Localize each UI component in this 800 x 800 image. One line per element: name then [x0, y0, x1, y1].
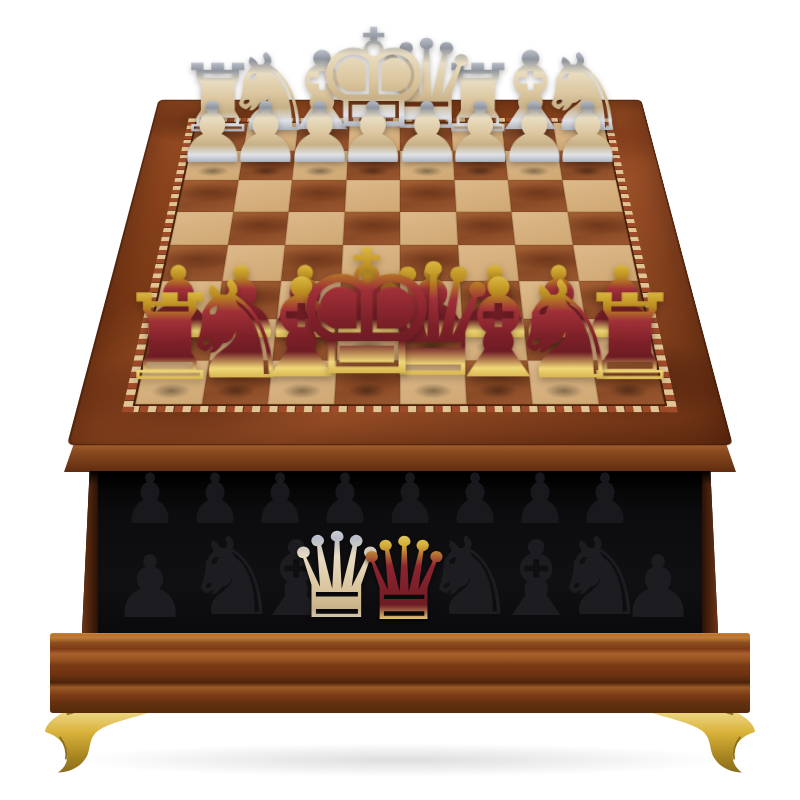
square-h6[interactable]	[562, 180, 623, 211]
piece-black-pawn-h7[interactable]: ♟	[550, 91, 625, 175]
square-d8[interactable]	[348, 123, 400, 151]
piece-black-pawn-e7[interactable]: ♟	[389, 91, 464, 175]
piece-white-rook-a1[interactable]: ♜	[116, 278, 223, 397]
square-f6[interactable]	[454, 180, 511, 211]
piece-black-pawn-f7[interactable]: ♟	[443, 91, 518, 175]
piece-shadow	[471, 380, 525, 400]
square-g1[interactable]	[528, 360, 599, 404]
square-a4[interactable]	[162, 245, 227, 281]
piece-shadow	[508, 136, 551, 149]
piece-shadow	[565, 164, 610, 178]
square-f1[interactable]	[464, 360, 533, 404]
pieces-layer: ♜♞♝♚♛♜♝♞♟♟♟♟♟♟♟♟♟♟♟♟♟♟♟♟♜♞♝♚♛♝♞♜	[67, 100, 733, 446]
piece-shadow	[353, 136, 395, 149]
square-e5[interactable]	[400, 211, 458, 245]
mosaic-border-top	[188, 118, 612, 123]
piece-black-king-d8[interactable]: ♚	[313, 11, 435, 147]
square-a3[interactable]	[154, 281, 222, 319]
square-d4[interactable]	[341, 245, 400, 281]
piece-white-knight-b1[interactable]: ♞	[175, 263, 296, 398]
square-g5[interactable]	[511, 211, 572, 245]
piece-black-rook-f8[interactable]: ♜	[436, 52, 520, 146]
piece-shadow	[196, 136, 240, 149]
foam-insert: ♟♟♟♟♟♟♟♟♟♞♝♞♝♞♟♛♛	[82, 471, 718, 633]
mosaic-border-left	[122, 118, 198, 412]
square-e1[interactable]	[400, 360, 466, 404]
piece-shadow	[457, 136, 500, 149]
square-f2[interactable]	[462, 319, 528, 360]
piece-shadow	[343, 338, 394, 357]
piece-shadow	[406, 380, 459, 400]
piece-shadow	[560, 136, 604, 149]
piece-white-pawn-a2[interactable]: ♟	[134, 254, 223, 353]
square-h3[interactable]	[578, 281, 646, 319]
square-c5[interactable]	[285, 211, 344, 245]
square-a6[interactable]	[177, 180, 238, 211]
piece-black-rook-a8[interactable]: ♜	[175, 52, 259, 146]
piece-shadow	[511, 164, 556, 178]
piece-shadow	[458, 164, 502, 178]
piece-shadow	[275, 380, 329, 400]
foam-slot-back-1: ♟	[122, 465, 178, 534]
piece-black-pawn-d7[interactable]: ♟	[336, 91, 411, 175]
foam-cutout-pawn: ♟	[111, 544, 188, 630]
square-c8[interactable]	[295, 123, 349, 151]
piece-white-pawn-d2[interactable]: ♟	[324, 254, 413, 353]
piece-white-rook-h1[interactable]: ♜	[577, 278, 684, 397]
square-b6[interactable]	[233, 180, 292, 211]
square-c6[interactable]	[289, 180, 346, 211]
square-f4[interactable]	[458, 245, 519, 281]
piece-black-bishop-g8[interactable]: ♝	[482, 38, 580, 147]
box-base-molding	[50, 633, 750, 713]
piece-shadow	[298, 164, 342, 178]
piece-shadow	[406, 338, 457, 357]
square-e6[interactable]	[400, 180, 456, 211]
piece-black-pawn-g7[interactable]: ♟	[497, 91, 572, 175]
piece-black-bishop-c8[interactable]: ♝	[273, 38, 371, 147]
square-g6[interactable]	[508, 180, 567, 211]
square-g2[interactable]	[523, 319, 591, 360]
square-g8[interactable]	[502, 123, 557, 151]
piece-white-knight-g1[interactable]: ♞	[504, 263, 625, 398]
piece-white-pawn-c2[interactable]: ♟	[260, 254, 349, 353]
piece-shadow	[143, 380, 199, 400]
storage-drawer: ♟♟♟♟♟♟♟♟♟♞♝♞♝♞♟♛♛	[82, 471, 718, 633]
foam-cutout-pawn: ♟	[619, 544, 696, 630]
piece-shadow	[469, 338, 521, 357]
square-f8[interactable]	[451, 123, 505, 151]
square-c7[interactable]	[292, 150, 348, 180]
square-a5[interactable]	[170, 211, 233, 245]
piece-shadow	[405, 164, 448, 178]
piece-white-bishop-f1[interactable]: ♝	[437, 260, 560, 397]
piece-shadow	[279, 338, 331, 357]
square-b1[interactable]	[201, 360, 272, 404]
square-h7[interactable]	[557, 150, 616, 180]
piece-white-king-d1[interactable]: ♚	[290, 227, 444, 399]
square-a1[interactable]	[135, 360, 208, 404]
playing-squares	[135, 123, 664, 405]
piece-shadow	[190, 164, 235, 178]
square-g3[interactable]	[519, 281, 585, 319]
piece-shadow	[594, 338, 648, 357]
piece-shadow	[209, 380, 264, 400]
square-b3[interactable]	[215, 281, 281, 319]
piece-white-bishop-c1[interactable]: ♝	[240, 260, 363, 397]
square-d3[interactable]	[338, 281, 400, 319]
square-d6[interactable]	[344, 180, 400, 211]
piece-black-pawn-c7[interactable]: ♟	[282, 91, 357, 175]
piece-white-pawn-g2[interactable]: ♟	[514, 254, 603, 353]
piece-shadow	[249, 136, 292, 149]
square-g7[interactable]	[505, 150, 562, 180]
square-h4[interactable]	[573, 245, 638, 281]
square-b4[interactable]	[222, 245, 285, 281]
piece-white-pawn-e2[interactable]: ♟	[387, 254, 476, 353]
square-a7[interactable]	[184, 150, 243, 180]
square-h2[interactable]	[585, 319, 655, 360]
piece-shadow	[301, 136, 344, 149]
piece-white-queen-e1[interactable]: ♛	[363, 243, 503, 399]
square-c2[interactable]	[272, 319, 338, 360]
square-e8[interactable]	[400, 123, 452, 151]
piece-black-knight-h8[interactable]: ♞	[534, 39, 630, 146]
square-e3[interactable]	[400, 281, 462, 319]
square-e2[interactable]	[400, 319, 464, 360]
piece-shadow	[536, 380, 591, 400]
mosaic-border-right	[602, 118, 678, 412]
piece-shadow	[244, 164, 289, 178]
piece-black-pawn-b7[interactable]: ♟	[228, 91, 303, 175]
chess-board: ♜♞♝♚♛♜♝♞♟♟♟♟♟♟♟♟♟♟♟♟♟♟♟♟♜♞♝♚♛♝♞♜	[67, 100, 733, 446]
mosaic-border-bottom	[122, 404, 678, 412]
square-b7[interactable]	[238, 150, 295, 180]
square-e7[interactable]	[400, 150, 454, 180]
product-photo-background: ♟♟♟♟♟♟♟♟♟♞♝♞♝♞♟♛♛ ♜♞♝♚♛♜♝♞♟♟♟♟♟♟♟♟♟♟♟♟♟♟…	[0, 0, 800, 800]
piece-black-pawn-a7[interactable]: ♟	[174, 91, 249, 175]
piece-shadow	[405, 136, 447, 149]
board-frame	[67, 100, 733, 446]
square-c4[interactable]	[281, 245, 342, 281]
square-c1[interactable]	[268, 360, 337, 404]
square-d1[interactable]	[334, 360, 400, 404]
ground-shadow	[70, 743, 730, 777]
square-a8[interactable]	[191, 123, 248, 151]
board-front-edge	[64, 441, 736, 472]
square-f5[interactable]	[456, 211, 515, 245]
piece-black-knight-b8[interactable]: ♞	[222, 39, 318, 146]
square-e4[interactable]	[400, 245, 459, 281]
square-b5[interactable]	[228, 211, 289, 245]
square-d7[interactable]	[346, 150, 400, 180]
piece-shadow	[216, 338, 269, 357]
square-h1[interactable]	[591, 360, 664, 404]
piece-shadow	[531, 338, 584, 357]
square-a2[interactable]	[145, 319, 215, 360]
piece-shadow	[352, 164, 395, 178]
square-h5[interactable]	[567, 211, 630, 245]
piece-black-queen-e8[interactable]: ♛	[371, 23, 482, 146]
piece-white-pawn-b2[interactable]: ♟	[197, 254, 286, 353]
square-d2[interactable]	[336, 319, 400, 360]
square-g4[interactable]	[515, 245, 578, 281]
square-b2[interactable]	[209, 319, 277, 360]
square-f7[interactable]	[452, 150, 508, 180]
square-b8[interactable]	[243, 123, 298, 151]
piece-shadow	[341, 380, 394, 400]
piece-white-pawn-h2[interactable]: ♟	[577, 254, 666, 353]
spare-piece-gold-queen[interactable]: ♛	[353, 523, 455, 637]
square-d5[interactable]	[343, 211, 401, 245]
square-c3[interactable]	[277, 281, 341, 319]
piece-shadow	[152, 338, 206, 357]
piece-white-pawn-f2[interactable]: ♟	[451, 254, 540, 353]
square-h8[interactable]	[552, 123, 609, 151]
piece-shadow	[601, 380, 657, 400]
square-f3[interactable]	[459, 281, 523, 319]
